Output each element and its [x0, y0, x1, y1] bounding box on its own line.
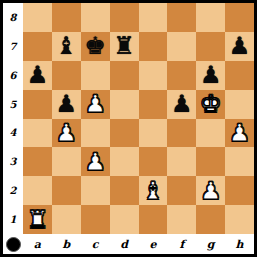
- square-c4[interactable]: [81, 119, 110, 148]
- square-d7[interactable]: ♜: [110, 32, 139, 61]
- square-b5[interactable]: ♟: [52, 90, 81, 119]
- file-label-c: c: [81, 234, 110, 254]
- square-f2[interactable]: [167, 176, 196, 205]
- file-label-f: f: [167, 234, 196, 254]
- piece-black-pawn[interactable]: ♟: [27, 63, 49, 87]
- square-h3[interactable]: [225, 147, 254, 176]
- square-b8[interactable]: [52, 3, 81, 32]
- square-e7[interactable]: [139, 32, 168, 61]
- rank-labels: 87654321: [3, 3, 23, 234]
- square-b7[interactable]: ♝: [52, 32, 81, 61]
- square-e6[interactable]: [139, 61, 168, 90]
- square-f1[interactable]: [167, 205, 196, 234]
- square-a1[interactable]: ♜: [23, 205, 52, 234]
- piece-black-pawn[interactable]: ♟: [171, 92, 193, 116]
- square-a8[interactable]: [23, 3, 52, 32]
- rank-label-6: 6: [3, 61, 23, 90]
- square-c5[interactable]: ♟: [81, 90, 110, 119]
- square-d3[interactable]: [110, 147, 139, 176]
- square-h2[interactable]: [225, 176, 254, 205]
- piece-black-pawn[interactable]: ♟: [200, 63, 222, 87]
- piece-white-rook[interactable]: ♜: [27, 208, 49, 232]
- square-h1[interactable]: [225, 205, 254, 234]
- square-c7[interactable]: ♚: [81, 32, 110, 61]
- rank-label-7: 7: [3, 32, 23, 61]
- square-c6[interactable]: [81, 61, 110, 90]
- square-d2[interactable]: [110, 176, 139, 205]
- square-f6[interactable]: [167, 61, 196, 90]
- file-labels: abcdefgh: [23, 234, 254, 254]
- square-c8[interactable]: [81, 3, 110, 32]
- piece-black-bishop[interactable]: ♝: [56, 34, 78, 58]
- square-b3[interactable]: [52, 147, 81, 176]
- square-h7[interactable]: ♟: [225, 32, 254, 61]
- square-a5[interactable]: [23, 90, 52, 119]
- square-f4[interactable]: [167, 119, 196, 148]
- square-a2[interactable]: [23, 176, 52, 205]
- corner-cell: [3, 234, 23, 254]
- rank-label-2: 2: [3, 176, 23, 205]
- side-to-move-indicator: [6, 237, 21, 252]
- piece-white-pawn[interactable]: ♟: [56, 121, 78, 145]
- square-h5[interactable]: [225, 90, 254, 119]
- rank-label-1: 1: [3, 205, 23, 234]
- square-e3[interactable]: [139, 147, 168, 176]
- piece-white-pawn[interactable]: ♟: [200, 179, 222, 203]
- square-g4[interactable]: [196, 119, 225, 148]
- piece-white-king[interactable]: ♚: [200, 92, 222, 116]
- square-g8[interactable]: [196, 3, 225, 32]
- rank-label-8: 8: [3, 3, 23, 32]
- file-label-g: g: [196, 234, 225, 254]
- square-g2[interactable]: ♟: [196, 176, 225, 205]
- rank-label-5: 5: [3, 90, 23, 119]
- piece-white-pawn[interactable]: ♟: [229, 121, 251, 145]
- square-f8[interactable]: [167, 3, 196, 32]
- square-e8[interactable]: [139, 3, 168, 32]
- square-d6[interactable]: [110, 61, 139, 90]
- file-label-d: d: [110, 234, 139, 254]
- square-g1[interactable]: [196, 205, 225, 234]
- square-c3[interactable]: ♟: [81, 147, 110, 176]
- square-d8[interactable]: [110, 3, 139, 32]
- square-d4[interactable]: [110, 119, 139, 148]
- square-h6[interactable]: [225, 61, 254, 90]
- square-h4[interactable]: ♟: [225, 119, 254, 148]
- square-a7[interactable]: [23, 32, 52, 61]
- square-a6[interactable]: ♟: [23, 61, 52, 90]
- square-b6[interactable]: [52, 61, 81, 90]
- file-label-e: e: [139, 234, 168, 254]
- square-b4[interactable]: ♟: [52, 119, 81, 148]
- rank-label-4: 4: [3, 119, 23, 148]
- square-e1[interactable]: [139, 205, 168, 234]
- square-d1[interactable]: [110, 205, 139, 234]
- square-f7[interactable]: [167, 32, 196, 61]
- square-c1[interactable]: [81, 205, 110, 234]
- square-g6[interactable]: ♟: [196, 61, 225, 90]
- piece-black-rook[interactable]: ♜: [113, 34, 135, 58]
- square-a4[interactable]: [23, 119, 52, 148]
- chess-diagram: 87654321 ♝♚♜♟♟♟♟♟♟♚♟♟♟♝♟♜ abcdefgh: [0, 0, 257, 257]
- square-g7[interactable]: [196, 32, 225, 61]
- square-g5[interactable]: ♚: [196, 90, 225, 119]
- square-c2[interactable]: [81, 176, 110, 205]
- square-h8[interactable]: [225, 3, 254, 32]
- square-b1[interactable]: [52, 205, 81, 234]
- file-label-b: b: [52, 234, 81, 254]
- piece-black-king[interactable]: ♚: [84, 34, 106, 58]
- square-e5[interactable]: [139, 90, 168, 119]
- square-e4[interactable]: [139, 119, 168, 148]
- square-a3[interactable]: [23, 147, 52, 176]
- square-f5[interactable]: ♟: [167, 90, 196, 119]
- rank-label-3: 3: [3, 147, 23, 176]
- file-label-h: h: [225, 234, 254, 254]
- square-d5[interactable]: [110, 90, 139, 119]
- file-label-a: a: [23, 234, 52, 254]
- piece-black-pawn[interactable]: ♟: [56, 92, 78, 116]
- chess-board: ♝♚♜♟♟♟♟♟♟♚♟♟♟♝♟♜: [23, 3, 254, 234]
- square-g3[interactable]: [196, 147, 225, 176]
- square-b2[interactable]: [52, 176, 81, 205]
- square-e2[interactable]: ♝: [139, 176, 168, 205]
- piece-black-pawn[interactable]: ♟: [229, 34, 251, 58]
- piece-white-pawn[interactable]: ♟: [84, 150, 106, 174]
- piece-white-pawn[interactable]: ♟: [84, 92, 106, 116]
- square-f3[interactable]: [167, 147, 196, 176]
- piece-white-bishop[interactable]: ♝: [142, 179, 164, 203]
